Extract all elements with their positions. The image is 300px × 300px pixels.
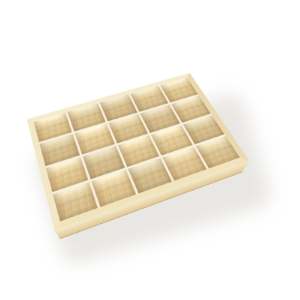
compartment <box>196 136 240 168</box>
compartment <box>91 170 136 207</box>
compartment <box>83 146 125 180</box>
compartment <box>118 135 160 167</box>
product-photo-canvas <box>0 0 300 300</box>
compartment <box>163 147 207 181</box>
compartment <box>53 182 98 221</box>
compartment <box>46 157 88 192</box>
compartment <box>128 158 172 194</box>
